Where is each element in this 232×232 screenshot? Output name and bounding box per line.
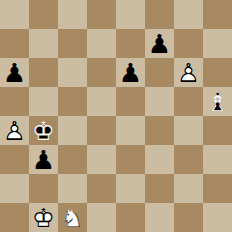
square-a1[interactable] [0, 203, 29, 232]
square-h1[interactable] [203, 203, 232, 232]
square-a3[interactable] [0, 145, 29, 174]
square-d2[interactable] [87, 174, 116, 203]
square-c1[interactable]: ♞♘ [58, 203, 87, 232]
square-c3[interactable] [58, 145, 87, 174]
square-e8[interactable] [116, 0, 145, 29]
square-g2[interactable] [174, 174, 203, 203]
square-e5[interactable] [116, 87, 145, 116]
square-h3[interactable] [203, 145, 232, 174]
square-e3[interactable] [116, 145, 145, 174]
square-a5[interactable] [0, 87, 29, 116]
square-f5[interactable] [145, 87, 174, 116]
square-g4[interactable] [174, 116, 203, 145]
square-h2[interactable] [203, 174, 232, 203]
square-d8[interactable] [87, 0, 116, 29]
square-c2[interactable] [58, 174, 87, 203]
square-e4[interactable] [116, 116, 145, 145]
square-b6[interactable] [29, 58, 58, 87]
square-e2[interactable] [116, 174, 145, 203]
square-c4[interactable] [58, 116, 87, 145]
square-g6[interactable]: ♟♙ [174, 58, 203, 87]
black-pawn[interactable]: ♟ [116, 58, 145, 87]
square-d6[interactable] [87, 58, 116, 87]
square-b2[interactable] [29, 174, 58, 203]
square-d7[interactable] [87, 29, 116, 58]
chess-board: ♟♟♟♟♙♝♗♟♙♚♔♟♚♔♞♘ [0, 0, 232, 232]
square-b4[interactable]: ♚♔ [29, 116, 58, 145]
square-g5[interactable] [174, 87, 203, 116]
square-f3[interactable] [145, 145, 174, 174]
black-pawn[interactable]: ♟ [0, 58, 29, 87]
square-g3[interactable] [174, 145, 203, 174]
square-d3[interactable] [87, 145, 116, 174]
square-b5[interactable] [29, 87, 58, 116]
black-king[interactable]: ♚♔ [29, 116, 58, 145]
square-g8[interactable] [174, 0, 203, 29]
square-f1[interactable] [145, 203, 174, 232]
square-a2[interactable] [0, 174, 29, 203]
square-h4[interactable] [203, 116, 232, 145]
square-c8[interactable] [58, 0, 87, 29]
square-e6[interactable]: ♟ [116, 58, 145, 87]
square-a4[interactable]: ♟♙ [0, 116, 29, 145]
square-f6[interactable] [145, 58, 174, 87]
square-h5[interactable]: ♝♗ [203, 87, 232, 116]
square-f7[interactable]: ♟ [145, 29, 174, 58]
square-h8[interactable] [203, 0, 232, 29]
square-c6[interactable] [58, 58, 87, 87]
square-e1[interactable] [116, 203, 145, 232]
white-pawn[interactable]: ♟♙ [0, 116, 29, 145]
square-f8[interactable] [145, 0, 174, 29]
square-g1[interactable] [174, 203, 203, 232]
square-f2[interactable] [145, 174, 174, 203]
square-c7[interactable] [58, 29, 87, 58]
white-pawn[interactable]: ♟♙ [174, 58, 203, 87]
square-a8[interactable] [0, 0, 29, 29]
square-d5[interactable] [87, 87, 116, 116]
square-a7[interactable] [0, 29, 29, 58]
square-h6[interactable] [203, 58, 232, 87]
square-f4[interactable] [145, 116, 174, 145]
square-c5[interactable] [58, 87, 87, 116]
black-bishop[interactable]: ♝♗ [203, 87, 232, 116]
black-pawn[interactable]: ♟ [29, 145, 58, 174]
square-b7[interactable] [29, 29, 58, 58]
square-d4[interactable] [87, 116, 116, 145]
white-knight[interactable]: ♞♘ [58, 203, 87, 232]
square-e7[interactable] [116, 29, 145, 58]
square-d1[interactable] [87, 203, 116, 232]
square-b3[interactable]: ♟ [29, 145, 58, 174]
white-king[interactable]: ♚♔ [29, 203, 58, 232]
square-h7[interactable] [203, 29, 232, 58]
black-pawn[interactable]: ♟ [145, 29, 174, 58]
square-b1[interactable]: ♚♔ [29, 203, 58, 232]
square-g7[interactable] [174, 29, 203, 58]
square-b8[interactable] [29, 0, 58, 29]
square-a6[interactable]: ♟ [0, 58, 29, 87]
